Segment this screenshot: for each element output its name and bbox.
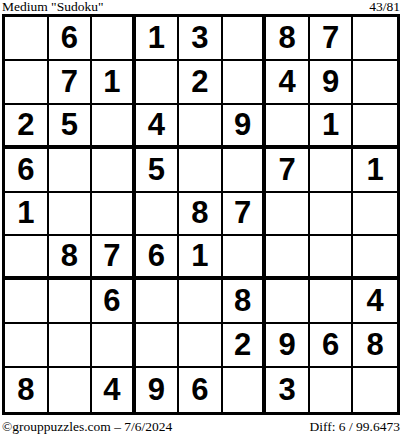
cell-r3c7[interactable] — [266, 105, 310, 149]
cell-r7c6[interactable]: 8 — [223, 280, 267, 324]
cell-r9c2[interactable] — [49, 368, 93, 412]
cell-r5c2[interactable] — [49, 193, 93, 237]
cell-r8c5[interactable] — [179, 324, 223, 368]
cell-r9c5[interactable]: 6 — [179, 368, 223, 412]
empty-cells-counter: 43/81 — [369, 0, 400, 14]
cell-r4c7[interactable]: 7 — [266, 149, 310, 193]
cell-r8c1[interactable] — [5, 324, 49, 368]
cell-r5c8[interactable] — [310, 193, 354, 237]
cell-r7c2[interactable] — [49, 280, 93, 324]
difficulty-text: Diff: 6 / 99.6473 — [310, 419, 401, 434]
cell-r5c5[interactable]: 8 — [179, 193, 223, 237]
cell-r2c7[interactable]: 4 — [266, 61, 310, 105]
cell-r8c9[interactable]: 8 — [353, 324, 397, 368]
cell-r6c9[interactable] — [353, 236, 397, 280]
cell-r8c2[interactable] — [49, 324, 93, 368]
cell-r3c6[interactable]: 9 — [223, 105, 267, 149]
cell-r5c3[interactable] — [92, 193, 136, 237]
cell-r1c8[interactable]: 7 — [310, 17, 354, 61]
cell-r8c8[interactable]: 6 — [310, 324, 354, 368]
cell-r6c5[interactable]: 1 — [179, 236, 223, 280]
cell-r2c9[interactable] — [353, 61, 397, 105]
cell-r4c4[interactable]: 5 — [136, 149, 180, 193]
cell-r2c8[interactable]: 9 — [310, 61, 354, 105]
cell-r6c4[interactable]: 6 — [136, 236, 180, 280]
cell-r3c2[interactable]: 5 — [49, 105, 93, 149]
cell-r5c7[interactable] — [266, 193, 310, 237]
cell-r7c3[interactable]: 6 — [92, 280, 136, 324]
cell-r8c7[interactable]: 9 — [266, 324, 310, 368]
cell-r5c6[interactable]: 7 — [223, 193, 267, 237]
cell-r1c9[interactable] — [353, 17, 397, 61]
copyright-text: ©grouppuzzles.com – 7/6/2024 — [2, 419, 172, 434]
cell-r7c1[interactable] — [5, 280, 49, 324]
cell-r2c6[interactable] — [223, 61, 267, 105]
cell-r4c8[interactable] — [310, 149, 354, 193]
cell-r4c9[interactable]: 1 — [353, 149, 397, 193]
cell-r1c3[interactable] — [92, 17, 136, 61]
cell-r9c6[interactable] — [223, 368, 267, 412]
cell-r3c5[interactable] — [179, 105, 223, 149]
cell-r3c8[interactable]: 1 — [310, 105, 354, 149]
cell-r2c1[interactable] — [5, 61, 49, 105]
cell-r2c5[interactable]: 2 — [179, 61, 223, 105]
cell-r9c8[interactable] — [310, 368, 354, 412]
cell-r7c5[interactable] — [179, 280, 223, 324]
sudoku-page: Medium "Sudoku" 43/81 613877124925491657… — [0, 0, 402, 437]
page-title: Medium "Sudoku" — [2, 0, 103, 14]
cell-r7c8[interactable] — [310, 280, 354, 324]
cell-r3c3[interactable] — [92, 105, 136, 149]
cell-r6c2[interactable]: 8 — [49, 236, 93, 280]
cell-r9c3[interactable]: 4 — [92, 368, 136, 412]
cell-r9c1[interactable]: 8 — [5, 368, 49, 412]
cell-r8c6[interactable]: 2 — [223, 324, 267, 368]
cell-r1c1[interactable] — [5, 17, 49, 61]
cell-r7c7[interactable] — [266, 280, 310, 324]
cell-r6c8[interactable] — [310, 236, 354, 280]
cell-r5c4[interactable] — [136, 193, 180, 237]
sudoku-board: 61387712492549165711878761684296884963 — [2, 14, 400, 415]
cell-r6c1[interactable] — [5, 236, 49, 280]
cell-r1c4[interactable]: 1 — [136, 17, 180, 61]
cell-r1c5[interactable]: 3 — [179, 17, 223, 61]
cell-r1c6[interactable] — [223, 17, 267, 61]
cell-r6c6[interactable] — [223, 236, 267, 280]
cell-r8c4[interactable] — [136, 324, 180, 368]
cell-r4c1[interactable]: 6 — [5, 149, 49, 193]
cell-r6c7[interactable] — [266, 236, 310, 280]
cell-r4c2[interactable] — [49, 149, 93, 193]
cell-r4c5[interactable] — [179, 149, 223, 193]
cell-r5c1[interactable]: 1 — [5, 193, 49, 237]
cell-r9c7[interactable]: 3 — [266, 368, 310, 412]
cell-r2c2[interactable]: 7 — [49, 61, 93, 105]
cell-r5c9[interactable] — [353, 193, 397, 237]
cell-r4c6[interactable] — [223, 149, 267, 193]
cell-r3c9[interactable] — [353, 105, 397, 149]
cell-r8c3[interactable] — [92, 324, 136, 368]
cell-r9c9[interactable] — [353, 368, 397, 412]
cell-r9c4[interactable]: 9 — [136, 368, 180, 412]
cell-r4c3[interactable] — [92, 149, 136, 193]
cell-r1c7[interactable]: 8 — [266, 17, 310, 61]
cell-r3c4[interactable]: 4 — [136, 105, 180, 149]
cell-r2c4[interactable] — [136, 61, 180, 105]
cell-r7c4[interactable] — [136, 280, 180, 324]
footer: ©grouppuzzles.com – 7/6/2024 Diff: 6 / 9… — [2, 419, 400, 434]
header: Medium "Sudoku" 43/81 — [2, 0, 400, 14]
cell-r2c3[interactable]: 1 — [92, 61, 136, 105]
cell-r3c1[interactable]: 2 — [5, 105, 49, 149]
cell-r7c9[interactable]: 4 — [353, 280, 397, 324]
cell-r1c2[interactable]: 6 — [49, 17, 93, 61]
cell-r6c3[interactable]: 7 — [92, 236, 136, 280]
